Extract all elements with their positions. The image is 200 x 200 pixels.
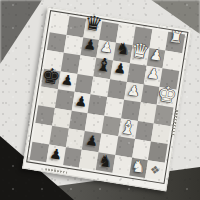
piece-black-p-c4[interactable]: ♟ (113, 61, 128, 77)
piece-white-n-h2[interactable]: ♞ (130, 158, 147, 176)
piece-black-p-h7[interactable]: ♟ (49, 146, 64, 162)
piece-white-p-c2[interactable]: ♟ (146, 66, 161, 82)
board-grid: ♛♜♟♟♞♛♟♝♟♟♚♟♟♚♟♝♟♟♞♞❖ (30, 13, 186, 180)
square-h1[interactable]: ❖ (145, 160, 164, 181)
piece-white-p-b2[interactable]: ♟ (149, 47, 164, 63)
piece-white-p-d3[interactable]: ♟ (127, 82, 142, 98)
diamond-cross-maker-logo: ❖ (149, 164, 160, 176)
piece-white-r-a1[interactable]: ♜ (168, 29, 185, 47)
piece-black-n-h4[interactable]: ♞ (97, 152, 114, 170)
chess-board[interactable]: ♛♜♟♟♞♛♟♝♟♟♚♟♟♚♟♝♟♟♞♞❖ (22, 7, 192, 192)
piece-black-p-e6[interactable]: ♟ (74, 94, 89, 110)
backdrop-shadow-top-left (0, 0, 42, 64)
piece-black-p-d7[interactable]: ♟ (60, 72, 75, 88)
photo-scene: ♛♜♟♟♞♛♟♝♟♟♚♟♟♚♟♝♟♟♞♞❖ (0, 0, 200, 200)
border-brand-text-bottom (45, 168, 67, 174)
piece-white-p-b5[interactable]: ♟ (99, 39, 114, 55)
piece-white-k-d1[interactable]: ♚ (156, 83, 178, 107)
piece-black-p-b6[interactable]: ♟ (83, 36, 98, 52)
piece-black-p-g5[interactable]: ♟ (85, 133, 100, 149)
